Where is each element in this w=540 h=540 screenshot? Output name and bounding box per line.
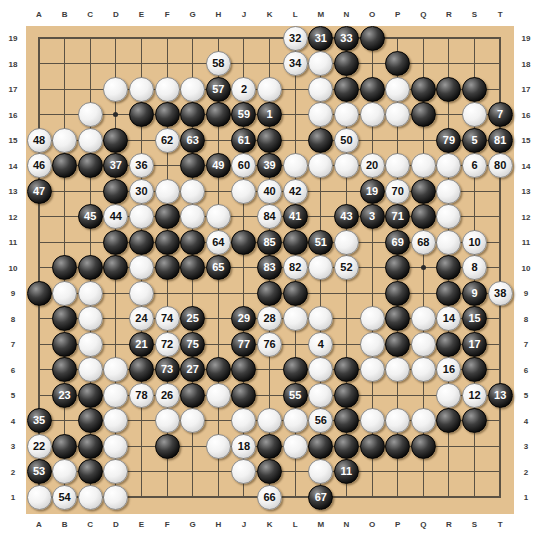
move-number: 18 bbox=[238, 441, 250, 452]
black-stone-L11 bbox=[283, 230, 308, 255]
black-stone-C5 bbox=[78, 383, 103, 408]
black-stone-O3 bbox=[360, 434, 385, 459]
move-number: 82 bbox=[289, 262, 301, 273]
black-stone-J11 bbox=[231, 230, 256, 255]
white-stone-Q7 bbox=[411, 332, 436, 357]
move-number: 73 bbox=[161, 364, 173, 375]
black-stone-N3 bbox=[334, 434, 359, 459]
white-stone-K17 bbox=[257, 77, 282, 102]
move-number: 58 bbox=[212, 58, 224, 69]
white-stone-H5 bbox=[206, 383, 231, 408]
move-number: 9 bbox=[471, 288, 477, 299]
move-number: 69 bbox=[392, 237, 404, 248]
move-number: 71 bbox=[392, 211, 404, 222]
move-number: 46 bbox=[33, 160, 45, 171]
black-stone-O17 bbox=[360, 77, 385, 102]
white-stone-A14: 46 bbox=[27, 153, 52, 178]
white-stone-F8: 74 bbox=[155, 306, 180, 331]
black-stone-S9: 9 bbox=[462, 281, 487, 306]
white-stone-B9 bbox=[52, 281, 77, 306]
white-stone-Q6 bbox=[411, 357, 436, 382]
coord-column-bottom: E bbox=[139, 520, 144, 529]
coord-column-top: E bbox=[139, 10, 144, 19]
black-stone-Q17 bbox=[411, 77, 436, 102]
white-stone-O14: 20 bbox=[360, 153, 385, 178]
black-stone-H10: 65 bbox=[206, 255, 231, 280]
white-stone-E17 bbox=[129, 77, 154, 102]
coord-column-bottom: K bbox=[267, 520, 273, 529]
white-stone-L13: 42 bbox=[283, 179, 308, 204]
black-stone-G5 bbox=[180, 383, 205, 408]
black-stone-F6: 73 bbox=[155, 357, 180, 382]
black-stone-C14 bbox=[78, 153, 103, 178]
move-number: 34 bbox=[289, 58, 301, 69]
coord-row-right: 17 bbox=[522, 85, 531, 94]
black-stone-B5: 23 bbox=[52, 383, 77, 408]
move-number: 81 bbox=[494, 135, 506, 146]
white-stone-P17 bbox=[385, 77, 410, 102]
move-number: 38 bbox=[494, 288, 506, 299]
move-number: 45 bbox=[84, 211, 96, 222]
move-number: 2 bbox=[241, 84, 247, 95]
coord-column-top: N bbox=[344, 10, 350, 19]
white-stone-R13 bbox=[436, 179, 461, 204]
black-stone-K3 bbox=[257, 434, 282, 459]
black-stone-P11: 69 bbox=[385, 230, 410, 255]
coord-row-left: 10 bbox=[9, 263, 18, 272]
white-stone-R11 bbox=[436, 230, 461, 255]
coord-row-left: 3 bbox=[11, 442, 15, 451]
white-stone-E13: 30 bbox=[129, 179, 154, 204]
black-stone-M11: 51 bbox=[308, 230, 333, 255]
black-stone-C3 bbox=[78, 434, 103, 459]
white-stone-H12 bbox=[206, 204, 231, 229]
coord-column-bottom: L bbox=[293, 520, 298, 529]
move-number: 68 bbox=[417, 237, 429, 248]
black-stone-A2: 53 bbox=[27, 459, 52, 484]
coord-column-bottom: F bbox=[165, 520, 170, 529]
coord-row-right: 9 bbox=[524, 289, 528, 298]
coord-column-bottom: C bbox=[87, 520, 93, 529]
white-stone-A3: 22 bbox=[27, 434, 52, 459]
black-stone-R17 bbox=[436, 77, 461, 102]
coord-row-left: 11 bbox=[9, 238, 17, 247]
coord-column-top: F bbox=[165, 10, 170, 19]
move-number: 60 bbox=[238, 160, 250, 171]
black-stone-G7: 75 bbox=[180, 332, 205, 357]
move-number: 54 bbox=[58, 492, 70, 503]
move-number: 55 bbox=[289, 390, 301, 401]
white-stone-L4 bbox=[283, 408, 308, 433]
white-stone-D5 bbox=[103, 383, 128, 408]
coord-row-left: 19 bbox=[9, 34, 18, 43]
move-number: 84 bbox=[263, 211, 275, 222]
black-stone-R7 bbox=[436, 332, 461, 357]
move-number: 16 bbox=[443, 364, 455, 375]
coord-row-right: 2 bbox=[524, 467, 528, 476]
coord-column-top: M bbox=[317, 10, 324, 19]
black-stone-H16 bbox=[206, 102, 231, 127]
black-stone-R9 bbox=[436, 281, 461, 306]
move-number: 3 bbox=[369, 211, 375, 222]
black-stone-R15: 79 bbox=[436, 128, 461, 153]
coord-column-bottom: A bbox=[36, 520, 42, 529]
black-stone-T5: 13 bbox=[488, 383, 513, 408]
black-stone-L9 bbox=[283, 281, 308, 306]
white-stone-O7 bbox=[360, 332, 385, 357]
black-stone-O12: 3 bbox=[360, 204, 385, 229]
coord-row-right: 14 bbox=[522, 161, 531, 170]
black-stone-E7: 21 bbox=[129, 332, 154, 357]
coord-column-bottom: G bbox=[190, 520, 196, 529]
black-stone-E16 bbox=[129, 102, 154, 127]
move-number: 77 bbox=[238, 339, 250, 350]
coord-row-right: 4 bbox=[524, 416, 528, 425]
white-stone-N11 bbox=[334, 230, 359, 255]
move-number: 19 bbox=[366, 186, 378, 197]
black-stone-B7 bbox=[52, 332, 77, 357]
black-stone-K14: 39 bbox=[257, 153, 282, 178]
move-number: 15 bbox=[468, 313, 480, 324]
white-stone-B1: 54 bbox=[52, 485, 77, 510]
white-stone-T14: 80 bbox=[488, 153, 513, 178]
white-stone-F7: 72 bbox=[155, 332, 180, 357]
move-number: 52 bbox=[340, 262, 352, 273]
coord-row-left: 18 bbox=[9, 59, 18, 68]
white-stone-A15: 48 bbox=[27, 128, 52, 153]
white-stone-G17 bbox=[180, 77, 205, 102]
white-stone-C1 bbox=[78, 485, 103, 510]
black-stone-L6 bbox=[283, 357, 308, 382]
white-stone-T9: 38 bbox=[488, 281, 513, 306]
white-stone-Q4 bbox=[411, 408, 436, 433]
white-stone-F4 bbox=[155, 408, 180, 433]
black-stone-N12: 43 bbox=[334, 204, 359, 229]
black-stone-D13 bbox=[103, 179, 128, 204]
move-number: 70 bbox=[392, 186, 404, 197]
move-number: 72 bbox=[161, 339, 173, 350]
move-number: 49 bbox=[212, 160, 224, 171]
white-stone-M5 bbox=[308, 383, 333, 408]
move-number: 24 bbox=[135, 313, 147, 324]
black-stone-P7 bbox=[385, 332, 410, 357]
coord-column-top: S bbox=[472, 10, 477, 19]
black-stone-Q13 bbox=[411, 179, 436, 204]
move-number: 74 bbox=[161, 313, 173, 324]
coord-row-right: 16 bbox=[522, 110, 531, 119]
move-number: 12 bbox=[468, 390, 480, 401]
move-number: 28 bbox=[263, 313, 275, 324]
black-stone-F16 bbox=[155, 102, 180, 127]
black-stone-S15: 5 bbox=[462, 128, 487, 153]
move-number: 76 bbox=[263, 339, 275, 350]
coord-row-left: 15 bbox=[9, 136, 18, 145]
white-stone-L8 bbox=[283, 306, 308, 331]
black-stone-L12: 41 bbox=[283, 204, 308, 229]
white-stone-M17 bbox=[308, 77, 333, 102]
white-stone-N10: 52 bbox=[334, 255, 359, 280]
black-stone-H6 bbox=[206, 357, 231, 382]
coord-row-right: 12 bbox=[522, 212, 531, 221]
coord-column-top: K bbox=[267, 10, 273, 19]
coord-row-left: 16 bbox=[9, 110, 18, 119]
black-stone-B3 bbox=[52, 434, 77, 459]
move-number: 33 bbox=[340, 33, 352, 44]
white-stone-E10 bbox=[129, 255, 154, 280]
black-stone-C2 bbox=[78, 459, 103, 484]
white-stone-K7: 76 bbox=[257, 332, 282, 357]
black-stone-K9 bbox=[257, 281, 282, 306]
coord-column-bottom: S bbox=[472, 520, 477, 529]
move-number: 31 bbox=[315, 33, 327, 44]
white-stone-L10: 82 bbox=[283, 255, 308, 280]
white-stone-N16 bbox=[334, 102, 359, 127]
white-stone-C7 bbox=[78, 332, 103, 357]
white-stone-Q11: 68 bbox=[411, 230, 436, 255]
move-number: 32 bbox=[289, 33, 301, 44]
move-number: 40 bbox=[263, 186, 275, 197]
move-number: 1 bbox=[267, 109, 273, 120]
black-stone-T16: 7 bbox=[488, 102, 513, 127]
move-number: 29 bbox=[238, 313, 250, 324]
coord-column-top: A bbox=[36, 10, 42, 19]
move-number: 25 bbox=[187, 313, 199, 324]
coord-row-right: 6 bbox=[524, 365, 528, 374]
move-number: 43 bbox=[340, 211, 352, 222]
white-stone-O6 bbox=[360, 357, 385, 382]
white-stone-L19: 32 bbox=[283, 26, 308, 51]
coord-row-right: 8 bbox=[524, 314, 528, 323]
black-stone-G11 bbox=[180, 230, 205, 255]
coord-column-top: O bbox=[369, 10, 375, 19]
coord-row-left: 13 bbox=[9, 187, 18, 196]
black-stone-E11 bbox=[129, 230, 154, 255]
coord-row-right: 1 bbox=[524, 493, 528, 502]
black-stone-N19: 33 bbox=[334, 26, 359, 51]
white-stone-S5: 12 bbox=[462, 383, 487, 408]
move-number: 35 bbox=[33, 415, 45, 426]
coord-column-bottom: M bbox=[317, 520, 324, 529]
move-number: 23 bbox=[58, 390, 70, 401]
white-stone-S14: 6 bbox=[462, 153, 487, 178]
black-stone-F11 bbox=[155, 230, 180, 255]
coord-row-left: 6 bbox=[11, 365, 15, 374]
coord-column-bottom: J bbox=[242, 520, 246, 529]
white-stone-C6 bbox=[78, 357, 103, 382]
white-stone-N14 bbox=[334, 153, 359, 178]
coord-row-right: 10 bbox=[522, 263, 531, 272]
move-number: 11 bbox=[341, 466, 353, 477]
white-stone-K13: 40 bbox=[257, 179, 282, 204]
black-stone-N17 bbox=[334, 77, 359, 102]
move-number: 42 bbox=[289, 186, 301, 197]
coord-column-top: D bbox=[113, 10, 119, 19]
move-number: 7 bbox=[497, 109, 503, 120]
black-stone-S17 bbox=[462, 77, 487, 102]
white-stone-J17: 2 bbox=[231, 77, 256, 102]
black-stone-H14: 49 bbox=[206, 153, 231, 178]
black-stone-M19: 31 bbox=[308, 26, 333, 51]
coord-row-left: 17 bbox=[9, 85, 18, 94]
black-stone-M3 bbox=[308, 434, 333, 459]
black-stone-P3 bbox=[385, 434, 410, 459]
black-stone-A4: 35 bbox=[27, 408, 52, 433]
coord-row-right: 19 bbox=[522, 34, 531, 43]
move-number: 37 bbox=[110, 160, 122, 171]
black-stone-K16: 1 bbox=[257, 102, 282, 127]
move-number: 17 bbox=[468, 339, 480, 350]
white-stone-J13 bbox=[231, 179, 256, 204]
move-number: 62 bbox=[161, 135, 173, 146]
black-stone-C12: 45 bbox=[78, 204, 103, 229]
white-stone-F5: 26 bbox=[155, 383, 180, 408]
coord-column-bottom: D bbox=[113, 520, 119, 529]
black-stone-D11 bbox=[103, 230, 128, 255]
move-number: 39 bbox=[263, 160, 275, 171]
move-number: 4 bbox=[318, 339, 324, 350]
move-number: 21 bbox=[135, 339, 147, 350]
coord-row-right: 11 bbox=[522, 238, 530, 247]
coord-row-left: 5 bbox=[11, 391, 15, 400]
black-stone-K11: 85 bbox=[257, 230, 282, 255]
white-stone-P13: 70 bbox=[385, 179, 410, 204]
move-number: 67 bbox=[315, 492, 327, 503]
black-stone-H17: 57 bbox=[206, 77, 231, 102]
white-stone-E5: 78 bbox=[129, 383, 154, 408]
black-stone-Q16 bbox=[411, 102, 436, 127]
move-number: 47 bbox=[33, 186, 45, 197]
black-stone-J15: 61 bbox=[231, 128, 256, 153]
move-number: 59 bbox=[238, 109, 250, 120]
move-number: 5 bbox=[471, 135, 477, 146]
move-number: 78 bbox=[135, 390, 147, 401]
coord-row-left: 4 bbox=[11, 416, 15, 425]
white-stone-A1 bbox=[27, 485, 52, 510]
black-stone-G15: 63 bbox=[180, 128, 205, 153]
black-stone-M15 bbox=[308, 128, 333, 153]
coord-column-top: H bbox=[215, 10, 221, 19]
white-stone-C15 bbox=[78, 128, 103, 153]
white-stone-S11: 10 bbox=[462, 230, 487, 255]
black-stone-Q3 bbox=[411, 434, 436, 459]
black-stone-P9 bbox=[385, 281, 410, 306]
black-stone-Q12 bbox=[411, 204, 436, 229]
move-number: 26 bbox=[161, 390, 173, 401]
white-stone-C16 bbox=[78, 102, 103, 127]
coord-row-left: 2 bbox=[11, 467, 15, 476]
coord-row-left: 14 bbox=[9, 161, 18, 170]
white-stone-Q8 bbox=[411, 306, 436, 331]
move-number: 14 bbox=[443, 313, 455, 324]
white-stone-D17 bbox=[103, 77, 128, 102]
coord-row-right: 13 bbox=[522, 187, 531, 196]
move-number: 8 bbox=[471, 262, 477, 273]
white-stone-B15 bbox=[52, 128, 77, 153]
move-number: 65 bbox=[212, 262, 224, 273]
coord-row-left: 8 bbox=[11, 314, 15, 323]
coord-column-bottom: O bbox=[369, 520, 375, 529]
move-number: 79 bbox=[443, 135, 455, 146]
move-number: 75 bbox=[187, 339, 199, 350]
move-number: 6 bbox=[471, 160, 477, 171]
move-number: 30 bbox=[135, 186, 147, 197]
coord-column-bottom: R bbox=[446, 520, 452, 529]
white-stone-O16 bbox=[360, 102, 385, 127]
move-number: 80 bbox=[494, 160, 506, 171]
coord-row-left: 9 bbox=[11, 289, 15, 298]
black-stone-F10 bbox=[155, 255, 180, 280]
white-stone-S16 bbox=[462, 102, 487, 127]
black-stone-F3 bbox=[155, 434, 180, 459]
coord-row-right: 5 bbox=[524, 391, 528, 400]
black-stone-N5 bbox=[334, 383, 359, 408]
white-stone-C8 bbox=[78, 306, 103, 331]
white-stone-O8 bbox=[360, 306, 385, 331]
move-number: 22 bbox=[33, 441, 45, 452]
white-stone-E12 bbox=[129, 204, 154, 229]
coord-column-bottom: N bbox=[344, 520, 350, 529]
move-number: 50 bbox=[340, 135, 352, 146]
white-stone-M7: 4 bbox=[308, 332, 333, 357]
move-number: 20 bbox=[366, 160, 378, 171]
coord-column-bottom: T bbox=[498, 520, 503, 529]
coord-column-top: Q bbox=[420, 10, 426, 19]
move-number: 48 bbox=[33, 135, 45, 146]
move-number: 66 bbox=[263, 492, 275, 503]
coord-row-left: 1 bbox=[11, 493, 15, 502]
coord-column-top: R bbox=[446, 10, 452, 19]
black-stone-C10 bbox=[78, 255, 103, 280]
star-point bbox=[421, 265, 426, 270]
move-number: 41 bbox=[289, 211, 301, 222]
black-stone-S7: 17 bbox=[462, 332, 487, 357]
coord-row-right: 3 bbox=[524, 442, 528, 451]
move-number: 36 bbox=[135, 160, 147, 171]
coord-column-bottom: P bbox=[395, 520, 400, 529]
black-stone-T15: 81 bbox=[488, 128, 513, 153]
white-stone-G13 bbox=[180, 179, 205, 204]
black-stone-L5: 55 bbox=[283, 383, 308, 408]
move-number: 27 bbox=[187, 364, 199, 375]
white-stone-L18: 34 bbox=[283, 51, 308, 76]
move-number: 44 bbox=[110, 211, 122, 222]
white-stone-E14: 36 bbox=[129, 153, 154, 178]
coord-column-top: P bbox=[395, 10, 400, 19]
move-number: 64 bbox=[212, 237, 224, 248]
white-stone-L14 bbox=[283, 153, 308, 178]
coord-row-left: 7 bbox=[11, 340, 15, 349]
black-stone-K15 bbox=[257, 128, 282, 153]
move-number: 53 bbox=[33, 466, 45, 477]
coord-column-top: L bbox=[293, 10, 298, 19]
black-stone-F12 bbox=[155, 204, 180, 229]
move-number: 63 bbox=[187, 135, 199, 146]
coord-column-bottom: Q bbox=[420, 520, 426, 529]
move-number: 51 bbox=[315, 237, 327, 248]
move-number: 10 bbox=[468, 237, 480, 248]
coord-column-top: T bbox=[498, 10, 503, 19]
white-stone-Q14 bbox=[411, 153, 436, 178]
coord-column-top: B bbox=[62, 10, 68, 19]
coord-column-bottom: H bbox=[215, 520, 221, 529]
white-stone-O4 bbox=[360, 408, 385, 433]
move-number: 13 bbox=[494, 390, 506, 401]
move-number: 61 bbox=[238, 135, 250, 146]
coord-column-bottom: B bbox=[62, 520, 68, 529]
go-diagram: AABBCCDDEEFFGGHHJJKKLLMMNNOOPPQQRRSSTT19… bbox=[0, 0, 540, 540]
black-stone-O19 bbox=[360, 26, 385, 51]
white-stone-C9 bbox=[78, 281, 103, 306]
